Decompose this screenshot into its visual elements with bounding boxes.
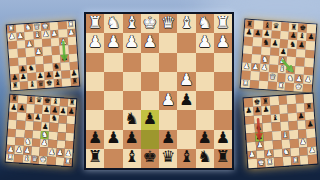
white-pawn-piece: ♟ xyxy=(265,149,272,157)
white-pawn-piece: ♟ xyxy=(68,29,75,37)
white-king-piece: ♚ xyxy=(42,23,49,31)
black-pawn-piece: ♟ xyxy=(216,130,230,146)
black-pawn-piece: ♟ xyxy=(70,69,77,77)
square[interactable] xyxy=(86,72,104,91)
white-rook-piece: ♜ xyxy=(7,153,14,161)
white-pawn-piece: ♟ xyxy=(252,63,259,71)
square[interactable] xyxy=(196,91,214,110)
black-rook-piece: ♜ xyxy=(305,103,312,111)
black-bishop-piece: ♝ xyxy=(124,150,138,166)
white-pawn-piece: ♟ xyxy=(261,64,268,72)
square[interactable] xyxy=(123,91,141,110)
black-king-piece: ♚ xyxy=(44,97,51,105)
square[interactable]: ♟ xyxy=(104,33,122,52)
black-pawn-piece: ♟ xyxy=(179,92,193,108)
board-grid: ♜♝♛♚♝♜♟♟♟♟♟♟♞♟♞♟♞♞♟♟♟♟♟♟♟♜♝♛♚♜ xyxy=(6,95,77,166)
white-rook-piece: ♜ xyxy=(64,157,71,165)
square[interactable] xyxy=(104,91,122,110)
white-knight-piece: ♞ xyxy=(283,148,290,156)
black-pawn-piece: ♟ xyxy=(263,30,270,38)
square[interactable] xyxy=(86,110,104,129)
white-pawn-piece: ♟ xyxy=(17,32,24,40)
black-pawn-piece: ♟ xyxy=(256,133,263,141)
square[interactable] xyxy=(141,72,159,91)
white-pawn-piece: ♟ xyxy=(143,34,157,50)
black-pawn-piece: ♟ xyxy=(245,28,252,36)
square[interactable] xyxy=(177,53,195,72)
square[interactable] xyxy=(177,110,195,129)
square[interactable] xyxy=(177,33,195,52)
black-rook-piece: ♜ xyxy=(262,97,269,105)
black-pawn-piece: ♟ xyxy=(61,54,68,62)
black-rook-piece: ♜ xyxy=(71,78,78,86)
black-rook-piece: ♜ xyxy=(216,150,230,166)
square[interactable]: ♟ xyxy=(86,33,104,52)
white-knight-piece: ♞ xyxy=(261,55,268,63)
square[interactable]: ♟ xyxy=(214,130,232,149)
black-pawn-piece: ♟ xyxy=(34,113,41,121)
black-pawn-piece: ♟ xyxy=(18,104,25,112)
black-knight-piece: ♞ xyxy=(27,64,34,72)
square[interactable] xyxy=(141,53,159,72)
square[interactable]: ♟ xyxy=(177,72,195,91)
main-chess-board[interactable]: ♜♞♝♚♛♝♞♜♟♟♟♟♟♟♟♟♟♞♟♟♟♟♟♟♟♜♝♚♛♝♞♜ xyxy=(84,12,234,170)
white-pawn-piece: ♟ xyxy=(299,138,306,146)
board-grid: ♚♜♟♟♟♜♝♟♞♟♟♝♟♟♟♟♞♟♚♜♜ xyxy=(244,94,318,169)
square[interactable]: ♟ xyxy=(177,91,195,110)
board-grid: ♜♝♛♜♚♟♟♟♟♝♟♞♟♞♟♟♞♟♟♟♟♝♟♛♞♟♟♜♜♚ xyxy=(241,20,317,93)
board-grid: ♜♞♝♚♛♝♞♜♟♟♟♟♟♟♟♟♟♞♟♟♟♟♟♟♟♜♝♚♛♝♞♜ xyxy=(86,14,232,168)
black-knight-piece: ♞ xyxy=(197,150,211,166)
black-pawn-piece: ♟ xyxy=(53,71,60,79)
white-pawn-piece: ♟ xyxy=(26,40,33,48)
square[interactable]: ♜ xyxy=(86,149,104,168)
square[interactable] xyxy=(214,53,232,72)
white-rook-piece: ♜ xyxy=(242,79,249,87)
white-rook-piece: ♜ xyxy=(266,158,273,166)
white-king-piece: ♚ xyxy=(257,159,264,167)
black-queen-piece: ♛ xyxy=(35,97,42,105)
square[interactable]: ♟ xyxy=(123,130,141,149)
square: ♜ xyxy=(63,157,72,166)
black-pawn-piece: ♟ xyxy=(88,130,102,146)
square[interactable] xyxy=(104,149,122,168)
black-rook-piece: ♜ xyxy=(11,95,18,103)
black-pawn-piece: ♟ xyxy=(197,130,211,146)
white-bishop-piece: ♝ xyxy=(179,15,193,31)
black-bishop-piece: ♝ xyxy=(54,79,61,87)
square[interactable]: ♟ xyxy=(104,130,122,149)
white-pawn-piece: ♟ xyxy=(216,34,230,50)
square[interactable]: ♞ xyxy=(196,14,214,33)
white-knight-piece: ♞ xyxy=(197,15,211,31)
square[interactable]: ♜ xyxy=(214,14,232,33)
white-pawn-piece: ♟ xyxy=(179,73,193,89)
black-pawn-piece: ♟ xyxy=(143,111,157,127)
white-rook-piece: ♜ xyxy=(88,15,102,31)
mini-chess-board-top-right[interactable]: ♜♝♛♜♚♟♟♟♟♝♟♞♟♞♟♟♞♟♟♟♟♝♟♛♞♟♟♜♜♚ xyxy=(240,19,318,94)
black-pawn-piece: ♟ xyxy=(51,106,58,114)
black-knight-piece: ♞ xyxy=(263,38,270,46)
black-king-piece: ♚ xyxy=(299,24,306,32)
square[interactable]: ♛ xyxy=(159,14,177,33)
thumbnail-scene: ♜♞♝♚♛♝♞♜♟♟♟♟♟♟♟♟♟♞♟♟♟♟♟♟♟♜♝♚♛♝♞♜ ♜♞♛♚♜♟♟… xyxy=(0,0,320,180)
white-pawn-piece: ♟ xyxy=(256,141,263,149)
black-knight-piece: ♞ xyxy=(255,124,262,132)
black-pawn-piece: ♟ xyxy=(20,73,27,81)
square[interactable] xyxy=(214,110,232,129)
black-pawn-piece: ♟ xyxy=(68,107,75,115)
white-bishop-piece: ♝ xyxy=(23,155,30,163)
square[interactable]: ♝ xyxy=(177,149,195,168)
white-king-piece: ♚ xyxy=(39,156,46,164)
white-pawn-piece: ♟ xyxy=(51,30,58,38)
black-pawn-piece: ♟ xyxy=(307,120,314,128)
white-pawn-piece: ♟ xyxy=(41,139,48,147)
white-pawn-piece: ♟ xyxy=(7,145,14,153)
highlighted-square[interactable]: ♟ xyxy=(141,110,159,129)
black-knight-piece: ♞ xyxy=(124,111,138,127)
black-bishop-piece: ♝ xyxy=(27,96,34,104)
square[interactable] xyxy=(141,91,159,110)
square[interactable] xyxy=(123,72,141,91)
white-pawn-piece: ♟ xyxy=(8,33,15,41)
white-knight-piece: ♞ xyxy=(41,131,48,139)
black-bishop-piece: ♝ xyxy=(179,150,193,166)
white-bishop-piece: ♝ xyxy=(281,131,288,139)
black-pawn-piece: ♟ xyxy=(254,106,261,114)
white-rook-piece: ♜ xyxy=(67,21,74,29)
square[interactable] xyxy=(104,72,122,91)
white-pawn-piece: ♟ xyxy=(279,56,286,64)
black-pawn-piece: ♟ xyxy=(297,112,304,120)
square[interactable]: ♟ xyxy=(159,130,177,149)
black-pawn-piece: ♟ xyxy=(43,106,50,114)
square[interactable]: ♟ xyxy=(123,33,141,52)
white-pawn-piece: ♟ xyxy=(124,34,138,50)
black-rook-piece: ♜ xyxy=(246,20,253,28)
white-pawn-piece: ♟ xyxy=(65,149,72,157)
square[interactable] xyxy=(196,72,214,91)
square[interactable] xyxy=(86,53,104,72)
square[interactable] xyxy=(196,110,214,129)
black-pawn-piece: ♟ xyxy=(307,33,314,41)
black-pawn-piece: ♟ xyxy=(280,48,287,56)
square[interactable] xyxy=(214,91,232,110)
square[interactable]: ♞ xyxy=(104,14,122,33)
square[interactable]: ♝ xyxy=(123,14,141,33)
white-pawn-piece: ♟ xyxy=(24,146,31,154)
mini-chess-board-top-left[interactable]: ♜♞♛♚♜♟♟♝♟♟♟♟♟♟♟♟♞♞♟♟♟♟♟♟♜♝♛♚♝♜ xyxy=(6,20,81,92)
white-bishop-piece: ♝ xyxy=(124,15,138,31)
black-queen-piece: ♛ xyxy=(273,22,280,30)
white-rook-piece: ♜ xyxy=(277,82,284,90)
black-pawn-piece: ♟ xyxy=(161,130,175,146)
black-pawn-piece: ♟ xyxy=(124,130,138,146)
black-queen-piece: ♛ xyxy=(161,150,175,166)
black-knight-piece: ♞ xyxy=(289,40,296,48)
white-rook-piece: ♜ xyxy=(8,25,15,33)
white-pawn-piece: ♟ xyxy=(296,74,303,82)
black-pawn-piece: ♟ xyxy=(290,31,297,39)
white-pawn-piece: ♟ xyxy=(42,31,49,39)
white-pawn-piece: ♟ xyxy=(60,38,67,46)
white-pawn-piece: ♟ xyxy=(287,65,294,73)
white-rook-piece: ♜ xyxy=(216,15,230,31)
square[interactable] xyxy=(177,130,195,149)
black-pawn-piece: ♟ xyxy=(42,122,49,130)
square xyxy=(303,83,312,92)
square[interactable] xyxy=(104,110,122,129)
square[interactable]: ♝ xyxy=(177,14,195,33)
square[interactable] xyxy=(214,72,232,91)
white-queen-piece: ♛ xyxy=(33,23,40,31)
square[interactable]: ♜ xyxy=(214,149,232,168)
white-pawn-piece: ♟ xyxy=(106,34,120,50)
square[interactable] xyxy=(123,53,141,72)
white-pawn-piece: ♟ xyxy=(88,34,102,50)
square[interactable]: ♟ xyxy=(196,130,214,149)
white-knight-piece: ♞ xyxy=(287,74,294,82)
square[interactable]: ♞ xyxy=(123,110,141,129)
black-pawn-piece: ♟ xyxy=(262,106,269,114)
square: ♜ xyxy=(70,77,79,86)
black-bishop-piece: ♝ xyxy=(272,114,279,122)
square[interactable] xyxy=(104,53,122,72)
black-bishop-piece: ♝ xyxy=(29,80,36,88)
square[interactable]: ♚ xyxy=(141,14,159,33)
white-pawn-piece: ♟ xyxy=(243,62,250,70)
board-grid: ♜♞♛♚♜♟♟♝♟♟♟♟♟♟♟♟♞♞♟♟♟♟♟♟♜♝♛♚♝♜ xyxy=(7,21,79,91)
black-bishop-piece: ♝ xyxy=(264,21,271,29)
highlighted-square[interactable] xyxy=(141,130,159,149)
black-pawn-piece: ♟ xyxy=(37,72,44,80)
black-pawn-piece: ♟ xyxy=(11,74,18,82)
white-knight-piece: ♞ xyxy=(106,15,120,31)
square[interactable]: ♟ xyxy=(159,91,177,110)
square[interactable]: ♛ xyxy=(159,149,177,168)
white-king-piece: ♚ xyxy=(295,83,302,91)
black-knight-piece: ♞ xyxy=(53,62,60,70)
black-rook-piece: ♜ xyxy=(88,150,102,166)
black-king-piece: ♚ xyxy=(253,98,260,106)
square[interactable] xyxy=(196,53,214,72)
black-pawn-piece: ♟ xyxy=(298,41,305,49)
square[interactable] xyxy=(86,91,104,110)
white-pawn-piece: ♟ xyxy=(161,92,175,108)
square[interactable]: ♞ xyxy=(196,149,214,168)
square[interactable]: ♚ xyxy=(141,149,159,168)
white-knight-piece: ♞ xyxy=(24,138,31,146)
white-pawn-piece: ♟ xyxy=(15,146,22,154)
square[interactable] xyxy=(159,72,177,91)
black-pawn-piece: ♟ xyxy=(106,130,120,146)
black-queen-piece: ♛ xyxy=(37,80,44,88)
black-pawn-piece: ♟ xyxy=(59,107,66,115)
black-king-piece: ♚ xyxy=(143,150,157,166)
square[interactable] xyxy=(159,53,177,72)
black-knight-piece: ♞ xyxy=(51,115,58,123)
black-rook-piece: ♜ xyxy=(12,82,19,90)
black-pawn-piece: ♟ xyxy=(10,103,17,111)
square[interactable] xyxy=(159,110,177,129)
white-bishop-piece: ♝ xyxy=(278,65,285,73)
square[interactable]: ♟ xyxy=(141,33,159,52)
white-pawn-piece: ♟ xyxy=(48,148,55,156)
black-bishop-piece: ♝ xyxy=(52,98,59,106)
black-pawn-piece: ♟ xyxy=(271,39,278,47)
black-knight-piece: ♞ xyxy=(26,113,33,121)
square[interactable] xyxy=(159,33,177,52)
white-pawn-piece: ♟ xyxy=(304,75,311,83)
square xyxy=(308,155,317,164)
white-pawn-piece: ♟ xyxy=(197,34,211,50)
black-pawn-piece: ♟ xyxy=(254,29,261,37)
white-queen-piece: ♛ xyxy=(31,155,38,163)
black-rook-piece: ♜ xyxy=(290,23,297,31)
white-pawn-piece: ♟ xyxy=(35,47,42,55)
black-king-piece: ♚ xyxy=(46,79,53,87)
square[interactable]: ♟ xyxy=(86,130,104,149)
white-pawn-piece: ♟ xyxy=(57,149,64,157)
square[interactable]: ♝ xyxy=(123,149,141,168)
black-pawn-piece: ♟ xyxy=(245,107,252,115)
white-bishop-piece: ♝ xyxy=(34,31,41,39)
white-knight-piece: ♞ xyxy=(25,24,32,32)
square[interactable]: ♟ xyxy=(196,33,214,52)
white-king-piece: ♚ xyxy=(143,15,157,31)
square[interactable]: ♜ xyxy=(86,14,104,33)
mini-chess-board-bottom-right[interactable]: ♚♜♟♟♟♜♝♟♞♟♟♝♟♟♟♟♞♟♚♜♜ xyxy=(243,93,319,170)
white-pawn-piece: ♟ xyxy=(308,146,315,154)
white-pawn-piece: ♟ xyxy=(248,151,255,159)
white-queen-piece: ♛ xyxy=(269,73,276,81)
mini-chess-board-bottom-left[interactable]: ♜♝♛♚♝♜♟♟♟♟♟♟♞♟♞♟♞♞♟♟♟♟♟♟♟♜♝♛♚♜ xyxy=(5,94,78,168)
black-pawn-piece: ♟ xyxy=(19,65,26,73)
black-rook-piece: ♜ xyxy=(68,99,75,107)
square[interactable]: ♟ xyxy=(214,33,232,52)
white-rook-piece: ♜ xyxy=(292,156,299,164)
black-pawn-piece: ♟ xyxy=(45,71,52,79)
black-bishop-piece: ♝ xyxy=(299,32,306,40)
white-queen-piece: ♛ xyxy=(161,15,175,31)
